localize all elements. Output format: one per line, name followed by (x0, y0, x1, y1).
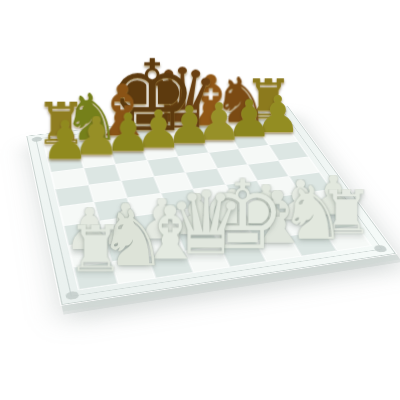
chess-board: ♜♞♝♚♛♝♞♜♟♟♟♟♟♟♟♟♟♟♟♟♟♟♟♟♜♞♝♛♚♝♞♜ (26, 106, 396, 305)
piece-amber-pawn-a7: ♟ (41, 119, 89, 162)
piece-frosted-rook-a1: ♜ (66, 224, 123, 275)
pieces-layer: ♜♞♝♚♛♝♞♜♟♟♟♟♟♟♟♟♟♟♟♟♟♟♟♟♜♞♝♛♚♝♞♜ (44, 114, 371, 290)
product-photo-stage: ♜♞♝♚♛♝♞♜♟♟♟♟♟♟♟♟♟♟♟♟♟♟♟♟♜♞♝♛♚♝♞♜ (0, 0, 400, 400)
glass-foot-dot (372, 244, 388, 253)
glass-foot-dot (65, 291, 80, 301)
